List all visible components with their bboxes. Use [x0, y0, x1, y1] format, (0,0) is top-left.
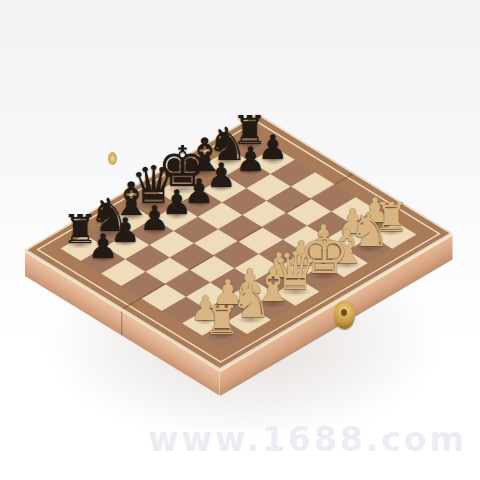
black-pawn[interactable]: ♟ — [139, 201, 169, 235]
brass-hinge-icon — [108, 152, 117, 165]
white-rook[interactable]: ♜ — [204, 300, 240, 340]
pieces-layer: ♜♞♝♛♚♝♞♜♟♟♟♟♟♟♟♟♟♟♟♟♟♟♟♟♜♞♝♛♚♝♞♜ — [0, 0, 480, 480]
product-photo-scene: ♜♞♝♛♚♝♞♜♟♟♟♟♟♟♟♟♟♟♟♟♟♟♟♟♜♞♝♛♚♝♞♜ www.168… — [0, 0, 480, 480]
black-pawn[interactable]: ♟ — [235, 142, 265, 176]
brass-clasp-icon — [334, 301, 355, 329]
black-pawn[interactable]: ♟ — [88, 229, 118, 263]
watermark-text: www.1688.com — [148, 420, 467, 459]
